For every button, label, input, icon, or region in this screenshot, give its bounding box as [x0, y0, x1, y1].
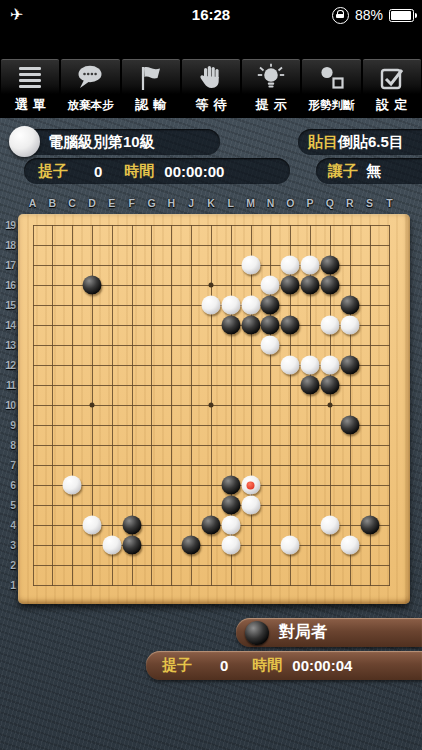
toolbar-button-label: 形勢判斷: [309, 95, 355, 115]
toolbar-button-hint[interactable]: 提示: [242, 59, 300, 117]
star-point: [208, 283, 213, 288]
black-stone-O14: [281, 316, 300, 335]
handicap-value: 無: [366, 162, 381, 181]
black-stone-R9: [340, 416, 359, 435]
col-label-R: R: [346, 197, 354, 209]
toolbar-button-label: 選單: [15, 95, 51, 115]
star-point: [327, 403, 332, 408]
rotation-lock-icon: [332, 7, 349, 24]
goban[interactable]: [18, 214, 410, 604]
grid-line: [251, 225, 252, 586]
white-stone-O12: [281, 356, 300, 375]
white-captures-time-pill: 提子 0 時間 00:00:00: [24, 158, 290, 184]
resign-icon: [136, 61, 166, 95]
black-stone-D16: [82, 276, 101, 295]
row-label-7: 7: [0, 459, 15, 471]
white-captures-value: 0: [94, 163, 102, 180]
white-stone-Q4: [320, 516, 339, 535]
row-label-3: 3: [0, 539, 15, 551]
battery-icon: [389, 9, 414, 22]
judgment-icon: [317, 61, 347, 95]
handicap-pill: 讓子 無: [316, 158, 422, 184]
white-stone-M6: [241, 476, 260, 495]
black-stone-Q16: [320, 276, 339, 295]
black-captures-value: 0: [220, 657, 228, 674]
black-stone-O16: [281, 276, 300, 295]
col-label-F: F: [128, 197, 134, 209]
white-stone-P12: [301, 356, 320, 375]
row-label-18: 18: [0, 239, 15, 251]
black-stone-R15: [340, 296, 359, 315]
white-stone-E3: [102, 536, 121, 555]
black-stone-M14: [241, 316, 260, 335]
row-label-13: 13: [0, 339, 15, 351]
col-label-K: K: [207, 197, 215, 209]
col-label-G: G: [147, 197, 155, 209]
white-stone-C6: [63, 476, 82, 495]
black-stone-N15: [261, 296, 280, 315]
col-label-C: C: [68, 197, 76, 209]
toolbar-button-judgment[interactable]: 形勢判斷: [302, 59, 360, 117]
black-stone-P16: [301, 276, 320, 295]
white-stone-R3: [340, 536, 359, 555]
white-stone-Q14: [320, 316, 339, 335]
toolbar: 選單放棄本步認輸等待提示形勢判斷設定: [0, 58, 422, 118]
row-label-16: 16: [0, 279, 15, 291]
col-label-S: S: [366, 197, 373, 209]
col-label-Q: Q: [326, 197, 334, 209]
black-captures-label: 提子: [162, 656, 192, 675]
row-label-4: 4: [0, 519, 15, 531]
white-stone-N16: [261, 276, 280, 295]
black-stone-L5: [221, 496, 240, 515]
wait-icon: [196, 61, 226, 95]
row-label-6: 6: [0, 479, 15, 491]
white-stone-P17: [301, 256, 320, 275]
grid-line: [33, 585, 391, 586]
row-label-8: 8: [0, 439, 15, 451]
toolbar-button-label: 放棄本步: [67, 95, 113, 115]
grid-line: [33, 445, 391, 446]
grid-line: [33, 545, 391, 546]
black-player-stone-icon: [245, 621, 269, 645]
white-stone-M15: [241, 296, 260, 315]
white-stone-L3: [221, 536, 240, 555]
white-stone-M17: [241, 256, 260, 275]
grid-line: [33, 485, 391, 486]
black-stone-L6: [221, 476, 240, 495]
col-label-J: J: [188, 197, 194, 209]
row-label-2: 2: [0, 559, 15, 571]
col-label-B: B: [49, 197, 57, 209]
col-label-M: M: [246, 197, 255, 209]
black-time-label: 時間: [252, 656, 282, 675]
black-stone-Q11: [320, 376, 339, 395]
white-stone-L15: [221, 296, 240, 315]
col-label-L: L: [228, 197, 234, 209]
black-captures-time-bar: 提子 0 時間 00:00:04: [146, 651, 422, 680]
star-point: [89, 403, 94, 408]
white-player-name: 電腦級別第10級: [48, 133, 155, 152]
black-stone-F4: [122, 516, 141, 535]
white-stone-L4: [221, 516, 240, 535]
black-player-bar: 對局者: [236, 618, 422, 647]
row-label-9: 9: [0, 419, 15, 431]
toolbar-button-label: 等待: [195, 95, 231, 115]
toolbar-button-menu[interactable]: 選單: [1, 59, 59, 117]
row-label-15: 15: [0, 299, 15, 311]
col-label-N: N: [267, 197, 275, 209]
col-label-P: P: [307, 197, 314, 209]
row-label-17: 17: [0, 259, 15, 271]
white-player-name-pill: 電腦級別第10級: [20, 129, 220, 155]
grid-line: [33, 565, 391, 566]
white-stone-O17: [281, 256, 300, 275]
black-stone-R12: [340, 356, 359, 375]
col-label-E: E: [108, 197, 115, 209]
star-point: [208, 403, 213, 408]
komi-value: 倒貼6.5目: [338, 133, 404, 152]
toolbar-button-label: 設定: [376, 95, 412, 115]
black-time-value: 00:00:04: [292, 657, 352, 674]
menu-icon: [15, 61, 45, 95]
white-stone-K15: [201, 296, 220, 315]
white-stone-M5: [241, 496, 260, 515]
black-stone-N14: [261, 316, 280, 335]
row-label-19: 19: [0, 219, 15, 231]
toolbar-button-label: 提示: [256, 95, 292, 115]
last-move-marker: [247, 481, 255, 489]
app-screen: ✈ 16:28 88% 選單放棄本步認輸等待提示形勢判斷設定 電腦級別第10級 …: [0, 0, 422, 750]
grid-line: [33, 425, 391, 426]
white-captures-label: 提子: [38, 162, 68, 181]
pass-icon: [75, 61, 105, 95]
toolbar-button-pass[interactable]: 放棄本步: [61, 59, 119, 117]
row-label-12: 12: [0, 359, 15, 371]
hint-icon: [256, 61, 286, 95]
white-stone-N13: [261, 336, 280, 355]
grid-line: [350, 225, 351, 586]
black-stone-P11: [301, 376, 320, 395]
col-label-A: A: [29, 197, 37, 209]
settings-icon: [377, 61, 407, 95]
col-label-T: T: [386, 197, 392, 209]
black-stone-K4: [201, 516, 220, 535]
white-stone-O3: [281, 536, 300, 555]
board-column-labels: ABCDEFGHJKLMNOPQRST: [0, 197, 422, 210]
black-stone-S4: [360, 516, 379, 535]
grid-line: [33, 505, 391, 506]
row-label-14: 14: [0, 319, 15, 331]
row-label-5: 5: [0, 499, 15, 511]
grid-line: [33, 465, 391, 466]
black-stone-F3: [122, 536, 141, 555]
col-label-H: H: [168, 197, 176, 209]
black-stone-Q17: [320, 256, 339, 275]
toolbar-button-label: 認輸: [135, 95, 171, 115]
col-label-D: D: [88, 197, 96, 209]
white-stone-R14: [340, 316, 359, 335]
black-stone-L14: [221, 316, 240, 335]
white-stone-D4: [82, 516, 101, 535]
toolbar-button-resign[interactable]: 認輸: [122, 59, 180, 117]
white-time-value: 00:00:00: [164, 163, 224, 180]
handicap-label: 讓子: [328, 162, 358, 181]
white-stone-Q12: [320, 356, 339, 375]
toolbar-button-wait[interactable]: 等待: [182, 59, 240, 117]
white-player-stone-icon: [9, 126, 40, 157]
row-label-10: 10: [0, 399, 15, 411]
col-label-O: O: [286, 197, 294, 209]
header-strip: [0, 30, 422, 58]
white-time-label: 時間: [124, 162, 154, 181]
row-label-1: 1: [0, 579, 15, 591]
status-bar: ✈ 16:28 88%: [0, 0, 422, 30]
black-stone-J3: [182, 536, 201, 555]
black-player-name: 對局者: [279, 622, 327, 643]
toolbar-button-settings[interactable]: 設定: [363, 59, 421, 117]
komi-label: 貼目: [308, 133, 338, 152]
row-label-11: 11: [0, 379, 15, 391]
battery-percent: 88%: [355, 7, 383, 23]
grid-line: [389, 225, 390, 586]
komi-pill: 貼目 倒貼6.5目: [298, 129, 422, 155]
